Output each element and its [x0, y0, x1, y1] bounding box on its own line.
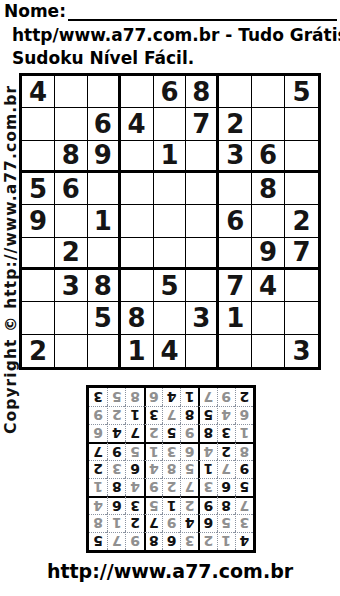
solution-cell-r3c4: 2 — [180, 496, 198, 514]
puzzle-cell-r2c3: 6 — [88, 108, 121, 140]
solution-cell-r8c8: 2 — [107, 406, 125, 424]
puzzle-cell-r1c7 — [219, 76, 252, 108]
solution-cell-r1c8: 7 — [107, 532, 125, 550]
puzzle-cell-r6c2: 2 — [55, 238, 88, 270]
puzzle-cell-r3c3: 9 — [88, 141, 121, 173]
puzzle-cell-r9c5: 4 — [154, 335, 187, 367]
solution-cell-r1c1: 4 — [235, 532, 253, 550]
puzzle-cell-r6c8: 9 — [252, 238, 285, 270]
solution-cell-r9c5: 4 — [162, 388, 180, 406]
puzzle-cell-r8c5 — [154, 302, 187, 334]
puzzle-cell-r7c3: 8 — [88, 270, 121, 302]
puzzle-title: Sudoku Nível Fácil. — [12, 48, 194, 68]
puzzle-cell-r6c5 — [154, 238, 187, 270]
puzzle-cell-r4c7 — [219, 173, 252, 205]
copyright-vertical-text: Copyright © http://www.a77.com.br — [2, 85, 20, 434]
solution-cell-r9c1: 2 — [235, 388, 253, 406]
solution-cell-r2c2: 5 — [217, 514, 235, 532]
footer-url: http://www.a77.com.br — [0, 560, 340, 582]
puzzle-cell-r8c1 — [22, 302, 55, 334]
solution-cell-r6c6: 1 — [144, 442, 162, 460]
solution-cell-r7c7: 7 — [125, 424, 143, 442]
puzzle-cell-r2c6: 7 — [186, 108, 219, 140]
solution-cell-r2c7: 2 — [125, 514, 143, 532]
puzzle-cell-r4c1: 5 — [22, 173, 55, 205]
solution-cell-r2c1: 3 — [235, 514, 253, 532]
puzzle-cell-r1c9: 5 — [285, 76, 318, 108]
puzzle-cell-r5c1: 9 — [22, 205, 55, 237]
puzzle-cell-r2c8 — [252, 108, 285, 140]
puzzle-cell-r3c8: 6 — [252, 141, 285, 173]
puzzle-cell-r5c8 — [252, 205, 285, 237]
solution-cell-r2c4: 4 — [180, 514, 198, 532]
puzzle-cell-r8c9 — [285, 302, 318, 334]
solution-cell-r9c2: 9 — [217, 388, 235, 406]
solution-cell-r8c2: 4 — [217, 406, 235, 424]
puzzle-cell-r7c6 — [186, 270, 219, 302]
solution-cell-r2c8: 1 — [107, 514, 125, 532]
puzzle-cell-r5c3: 1 — [88, 205, 121, 237]
puzzle-cell-r8c3: 5 — [88, 302, 121, 334]
puzzle-cell-r1c5: 6 — [154, 76, 187, 108]
puzzle-cell-r7c1 — [22, 270, 55, 302]
solution-cell-r5c8: 3 — [107, 460, 125, 478]
puzzle-cell-r8c2 — [55, 302, 88, 334]
puzzle-cell-r4c5 — [154, 173, 187, 205]
solution-cell-r2c6: 7 — [144, 514, 162, 532]
puzzle-cell-r8c6: 3 — [186, 302, 219, 334]
puzzle-cell-r1c6: 8 — [186, 76, 219, 108]
solution-cell-r7c4: 9 — [180, 424, 198, 442]
solution-cell-r4c5: 2 — [162, 478, 180, 496]
puzzle-cell-r7c5: 5 — [154, 270, 187, 302]
solution-cell-r3c3: 9 — [198, 496, 216, 514]
solution-cell-r8c5: 7 — [162, 406, 180, 424]
solution-cell-r4c3: 3 — [198, 478, 216, 496]
puzzle-cell-r3c4 — [121, 141, 154, 173]
sudoku-worksheet-page: Nome: http/www.a77.com.br - Tudo Grátis.… — [0, 0, 340, 596]
puzzle-cell-r2c2 — [55, 108, 88, 140]
solution-cell-r9c6: 6 — [144, 388, 162, 406]
puzzle-cell-r1c2 — [55, 76, 88, 108]
solution-cell-r6c7: 5 — [125, 442, 143, 460]
solution-cell-r8c6: 3 — [144, 406, 162, 424]
solution-cell-r7c3: 8 — [198, 424, 216, 442]
solution-cell-r2c3: 6 — [198, 514, 216, 532]
solution-cell-r1c2: 1 — [217, 532, 235, 550]
puzzle-cell-r7c8: 4 — [252, 270, 285, 302]
puzzle-cell-r1c4 — [121, 76, 154, 108]
puzzle-cell-r7c7: 7 — [219, 270, 252, 302]
puzzle-cell-r8c7: 1 — [219, 302, 252, 334]
solution-cell-r5c4: 5 — [180, 460, 198, 478]
puzzle-cell-r3c2: 8 — [55, 141, 88, 173]
solution-cell-r8c4: 8 — [180, 406, 198, 424]
solution-cell-r5c2: 7 — [217, 460, 235, 478]
solution-cell-r3c6: 5 — [144, 496, 162, 514]
solution-cell-r6c5: 3 — [162, 442, 180, 460]
solution-cell-r5c6: 4 — [144, 460, 162, 478]
puzzle-cell-r9c3 — [88, 335, 121, 367]
name-blank-line — [68, 2, 337, 21]
solution-cell-r4c6: 9 — [144, 478, 162, 496]
puzzle-cell-r5c6 — [186, 205, 219, 237]
solution-cell-r9c7: 8 — [125, 388, 143, 406]
puzzle-cell-r9c9: 3 — [285, 335, 318, 367]
solution-cell-r1c3: 2 — [198, 532, 216, 550]
solution-cell-r7c2: 3 — [217, 424, 235, 442]
solution-cell-r9c4: 1 — [180, 388, 198, 406]
puzzle-cell-r9c7 — [219, 335, 252, 367]
solution-cell-r3c7: 3 — [125, 496, 143, 514]
solution-cell-r7c6: 2 — [144, 424, 162, 442]
puzzle-cell-r6c6 — [186, 238, 219, 270]
puzzle-cell-r5c7: 6 — [219, 205, 252, 237]
solution-cell-r1c6: 8 — [144, 532, 162, 550]
solution-cell-r1c4: 3 — [180, 532, 198, 550]
solution-cell-r1c9: 5 — [89, 532, 107, 550]
solution-cell-r5c1: 9 — [235, 460, 253, 478]
solution-cell-r4c8: 8 — [107, 478, 125, 496]
name-label: Nome: — [4, 1, 66, 21]
puzzle-cell-r2c4: 4 — [121, 108, 154, 140]
puzzle-cell-r6c1 — [22, 238, 55, 270]
puzzle-cell-r4c4 — [121, 173, 154, 205]
solution-cell-r4c1: 5 — [235, 478, 253, 496]
puzzle-cell-r4c9 — [285, 173, 318, 205]
puzzle-cell-r7c2: 3 — [55, 270, 88, 302]
puzzle-cell-r2c5 — [154, 108, 187, 140]
solution-cell-r2c5: 9 — [162, 514, 180, 532]
puzzle-cell-r2c9 — [285, 108, 318, 140]
solution-cell-r1c7: 9 — [125, 532, 143, 550]
puzzle-cell-r9c2 — [55, 335, 88, 367]
puzzle-cell-r8c4: 8 — [121, 302, 154, 334]
puzzle-cell-r4c3 — [88, 173, 121, 205]
puzzle-cell-r3c6 — [186, 141, 219, 173]
puzzle-cell-r9c6 — [186, 335, 219, 367]
solution-cell-r8c9: 9 — [89, 406, 107, 424]
solution-cell-r5c9: 2 — [89, 460, 107, 478]
solution-cell-r8c7: 1 — [125, 406, 143, 424]
puzzle-cell-r1c1: 4 — [22, 76, 55, 108]
solution-cell-r6c1: 8 — [235, 442, 253, 460]
solution-cell-r9c9: 3 — [89, 388, 107, 406]
solution-cell-r3c8: 6 — [107, 496, 125, 514]
solution-cell-r3c2: 8 — [217, 496, 235, 514]
puzzle-cell-r5c4 — [121, 205, 154, 237]
puzzle-cell-r9c8 — [252, 335, 285, 367]
puzzle-cell-r7c4 — [121, 270, 154, 302]
puzzle-cell-r6c7 — [219, 238, 252, 270]
puzzle-cell-r1c3 — [88, 76, 121, 108]
puzzle-cell-r6c4 — [121, 238, 154, 270]
puzzle-cell-r3c5: 1 — [154, 141, 187, 173]
sudoku-puzzle-grid: 468564728913656891622973857458312143 — [19, 73, 321, 370]
puzzle-cell-r6c3 — [88, 238, 121, 270]
solution-cell-r5c5: 8 — [162, 460, 180, 478]
solution-cell-r4c2: 6 — [217, 478, 235, 496]
puzzle-cell-r9c1: 2 — [22, 335, 55, 367]
solution-cell-r4c9: 1 — [89, 478, 107, 496]
puzzle-cell-r4c2: 6 — [55, 173, 88, 205]
solution-cell-r7c9: 6 — [89, 424, 107, 442]
puzzle-cell-r3c9 — [285, 141, 318, 173]
solution-cell-r6c2: 2 — [217, 442, 235, 460]
solution-cell-r1c5: 6 — [162, 532, 180, 550]
name-row: Nome: — [4, 1, 337, 21]
solution-cell-r7c8: 4 — [107, 424, 125, 442]
solution-cell-r9c3: 7 — [198, 388, 216, 406]
puzzle-cell-r2c7: 2 — [219, 108, 252, 140]
puzzle-cell-r8c8 — [252, 302, 285, 334]
solution-cell-r5c7: 6 — [125, 460, 143, 478]
solution-cell-r7c5: 5 — [162, 424, 180, 442]
solution-cell-r8c1: 6 — [235, 406, 253, 424]
puzzle-cell-r5c9: 2 — [285, 205, 318, 237]
solution-cell-r7c1: 1 — [235, 424, 253, 442]
solution-cell-r5c3: 1 — [198, 460, 216, 478]
puzzle-cell-r5c5 — [154, 205, 187, 237]
solution-cell-r9c8: 5 — [107, 388, 125, 406]
site-tagline: http/www.a77.com.br - Tudo Grátis. — [12, 25, 340, 45]
puzzle-cell-r3c1 — [22, 141, 55, 173]
puzzle-cell-r3c7: 3 — [219, 141, 252, 173]
sudoku-solution-grid-rotated: 4123689753564972187892153645637294819715… — [86, 385, 256, 553]
solution-cell-r8c3: 5 — [198, 406, 216, 424]
solution-cell-r4c4: 7 — [180, 478, 198, 496]
puzzle-cell-r4c6 — [186, 173, 219, 205]
solution-cell-r3c9: 4 — [89, 496, 107, 514]
solution-cell-r3c1: 7 — [235, 496, 253, 514]
solution-cell-r4c7: 4 — [125, 478, 143, 496]
puzzle-cell-r7c9 — [285, 270, 318, 302]
solution-cell-r3c5: 1 — [162, 496, 180, 514]
solution-cell-r2c9: 8 — [89, 514, 107, 532]
solution-cell-r6c3: 4 — [198, 442, 216, 460]
solution-cell-r6c8: 9 — [107, 442, 125, 460]
puzzle-cell-r1c8 — [252, 76, 285, 108]
puzzle-cell-r2c1 — [22, 108, 55, 140]
puzzle-cell-r9c4: 1 — [121, 335, 154, 367]
puzzle-cell-r4c8: 8 — [252, 173, 285, 205]
puzzle-cell-r6c9: 7 — [285, 238, 318, 270]
solution-cell-r6c9: 7 — [89, 442, 107, 460]
puzzle-cell-r5c2 — [55, 205, 88, 237]
solution-cell-r6c4: 6 — [180, 442, 198, 460]
